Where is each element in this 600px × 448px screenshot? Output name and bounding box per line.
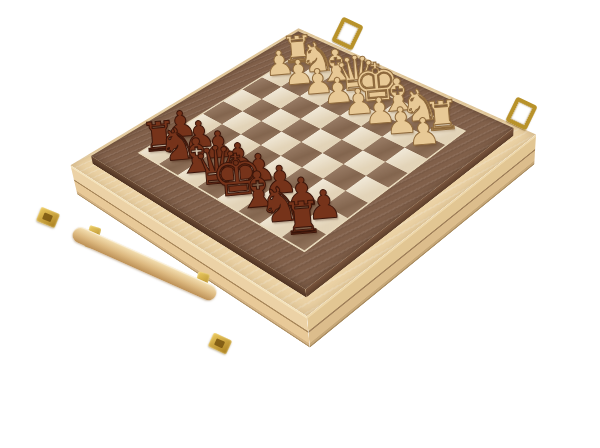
handle-bar (70, 225, 219, 303)
hinge-icon (331, 16, 364, 50)
hinge-icon (505, 96, 538, 130)
brass-hardware (0, 0, 600, 448)
chess-set-photo: ♜♟♞♟♝♟♛♟♚♟♝♟♟♞♜♟♟♜♞♟♟♝♟♛♟♚♟♝♟♞♟♜ (0, 0, 600, 448)
carry-handle (47, 213, 235, 355)
clasp-icon (36, 207, 60, 228)
clasp-icon (208, 332, 232, 354)
